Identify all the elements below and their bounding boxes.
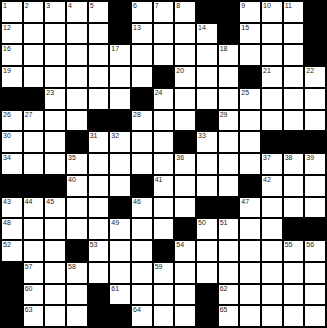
cell-r8c4[interactable]: 35 [67, 154, 87, 174]
cell-r6c9[interactable] [175, 111, 195, 131]
cell-r10c15[interactable] [305, 198, 325, 218]
cell-r9c8[interactable]: 41 [154, 176, 174, 196]
cell-r3c7[interactable] [132, 45, 152, 65]
cell-r14c2[interactable]: 60 [24, 285, 44, 305]
cell-r6c11[interactable]: 29 [219, 111, 239, 131]
cell-r1c2[interactable]: 2 [24, 2, 44, 22]
cell-r15c14[interactable] [284, 306, 304, 326]
cell-r8c13[interactable]: 37 [262, 154, 282, 174]
cell-r15c12[interactable] [240, 306, 260, 326]
cell-r15c9[interactable] [175, 306, 195, 326]
cell-r8c6[interactable] [110, 154, 130, 174]
cell-r12c7[interactable] [132, 241, 152, 261]
cell-r12c1[interactable]: 52 [2, 241, 22, 261]
black-square-r15c10 [197, 306, 217, 326]
cell-r3c2[interactable] [24, 45, 44, 65]
black-square-r2c15 [305, 24, 325, 44]
cell-r6c7[interactable]: 28 [132, 111, 152, 131]
clue-number-34: 34 [3, 154, 11, 162]
cell-r11c8[interactable] [154, 219, 174, 239]
cell-r3c8[interactable] [154, 45, 174, 65]
cell-r11c1[interactable]: 48 [2, 219, 22, 239]
cell-r15c2[interactable]: 63 [24, 306, 44, 326]
cell-r8c9[interactable]: 36 [175, 154, 195, 174]
cell-r13c11[interactable] [219, 263, 239, 283]
cell-r8c8[interactable] [154, 154, 174, 174]
cell-r6c14[interactable] [284, 111, 304, 131]
cell-r5c9[interactable] [175, 89, 195, 109]
black-square-r5c2 [24, 89, 44, 109]
cell-r4c11[interactable] [219, 67, 239, 87]
clue-number-5: 5 [90, 2, 94, 10]
cell-r10c8[interactable] [154, 198, 174, 218]
clue-number-10: 10 [263, 2, 271, 10]
cell-r2c12[interactable]: 15 [240, 24, 260, 44]
clue-number-35: 35 [68, 154, 76, 162]
cell-r11c12[interactable] [240, 219, 260, 239]
black-square-r14c5 [89, 285, 109, 305]
cell-r3c4[interactable] [67, 45, 87, 65]
cell-r2c8[interactable] [154, 24, 174, 44]
cell-r12c10[interactable] [197, 241, 217, 261]
cell-r8c7[interactable] [132, 154, 152, 174]
clue-number-7: 7 [155, 2, 159, 10]
cell-r3c14[interactable] [284, 45, 304, 65]
clue-number-11: 11 [285, 2, 292, 10]
clue-number-46: 46 [133, 198, 141, 206]
black-square-r1c11 [219, 2, 239, 22]
clue-number-38: 38 [285, 154, 293, 162]
cell-r9c14[interactable] [284, 176, 304, 196]
cell-r11c4[interactable] [67, 219, 87, 239]
cell-r8c15[interactable]: 39 [305, 154, 325, 174]
clue-number-15: 15 [241, 24, 249, 32]
cell-r9c9[interactable] [175, 176, 195, 196]
cell-r2c14[interactable] [284, 24, 304, 44]
cell-r6c15[interactable] [305, 111, 325, 131]
clue-number-49: 49 [111, 219, 119, 227]
cell-r5c8[interactable]: 24 [154, 89, 174, 109]
black-square-r6c6 [110, 111, 130, 131]
black-square-r7c9 [175, 132, 195, 152]
cell-r6c13[interactable] [262, 111, 282, 131]
cell-r1c4[interactable]: 4 [67, 2, 87, 22]
clue-number-42: 42 [263, 176, 271, 184]
cell-r13c10[interactable] [197, 263, 217, 283]
cell-r13c4[interactable]: 58 [67, 263, 87, 283]
cell-r7c5[interactable]: 31 [89, 132, 109, 152]
cell-r8c12[interactable] [240, 154, 260, 174]
cell-r2c9[interactable] [175, 24, 195, 44]
black-square-r10c10 [197, 198, 217, 218]
clue-number-51: 51 [220, 219, 228, 227]
cell-r10c4[interactable] [67, 198, 87, 218]
cell-r12c5[interactable]: 53 [89, 241, 109, 261]
cell-r2c5[interactable] [89, 24, 109, 44]
clue-number-18: 18 [220, 45, 228, 53]
clue-number-62: 62 [220, 285, 228, 293]
cell-r9c4[interactable]: 40 [67, 176, 87, 196]
cell-r9c10[interactable] [197, 176, 217, 196]
clue-number-60: 60 [25, 285, 33, 293]
cell-r14c9[interactable] [175, 285, 195, 305]
cell-r4c5[interactable] [89, 67, 109, 87]
clue-number-21: 21 [263, 67, 271, 75]
black-square-r9c1 [2, 176, 22, 196]
clue-number-44: 44 [25, 198, 33, 206]
clue-number-54: 54 [176, 241, 184, 249]
cell-r8c5[interactable] [89, 154, 109, 174]
cell-r12c15[interactable]: 56 [305, 241, 325, 261]
clue-number-65: 65 [220, 306, 228, 314]
cell-r13c13[interactable] [262, 263, 282, 283]
cell-r2c7[interactable]: 13 [132, 24, 152, 44]
clue-number-6: 6 [133, 2, 137, 10]
cell-r4c14[interactable] [284, 67, 304, 87]
cell-r6c1[interactable]: 26 [2, 111, 22, 131]
clue-number-48: 48 [3, 219, 11, 227]
cell-r12c2[interactable] [24, 241, 44, 261]
cell-r10c3[interactable]: 45 [45, 198, 65, 218]
black-square-r6c5 [89, 111, 109, 131]
black-square-r15c5 [89, 306, 109, 326]
black-square-r13c1 [2, 263, 22, 283]
clue-number-30: 30 [3, 132, 11, 140]
cell-r1c3[interactable]: 3 [45, 2, 65, 22]
clue-number-28: 28 [133, 111, 141, 119]
clue-number-14: 14 [198, 24, 206, 32]
cell-r14c12[interactable] [240, 285, 260, 305]
cell-r15c8[interactable] [154, 306, 174, 326]
cell-r11c7[interactable] [132, 219, 152, 239]
cell-r3c5[interactable] [89, 45, 109, 65]
clue-number-9: 9 [241, 2, 245, 10]
black-square-r9c2 [24, 176, 44, 196]
cell-r4c7[interactable] [132, 67, 152, 87]
cell-r6c2[interactable]: 27 [24, 111, 44, 131]
clue-number-56: 56 [306, 241, 314, 249]
clue-number-4: 4 [68, 2, 72, 10]
cell-r11c13[interactable] [262, 219, 282, 239]
clue-number-29: 29 [220, 111, 228, 119]
clue-number-3: 3 [46, 2, 50, 10]
cell-r7c11[interactable] [219, 132, 239, 152]
cell-r8c14[interactable]: 38 [284, 154, 304, 174]
clue-number-47: 47 [241, 198, 249, 206]
cell-r1c5[interactable]: 5 [89, 2, 109, 22]
cell-r3c1[interactable]: 16 [2, 45, 22, 65]
cell-r10c9[interactable] [175, 198, 195, 218]
cell-r9c6[interactable] [110, 176, 130, 196]
clue-number-63: 63 [25, 306, 33, 314]
cell-r6c4[interactable] [67, 111, 87, 131]
cell-r3c6[interactable]: 17 [110, 45, 130, 65]
cell-r5c5[interactable] [89, 89, 109, 109]
cell-r6c12[interactable] [240, 111, 260, 131]
cell-r8c3[interactable] [45, 154, 65, 174]
black-square-r10c11 [219, 198, 239, 218]
cell-r4c6[interactable] [110, 67, 130, 87]
clue-number-36: 36 [176, 154, 184, 162]
black-square-r11c9 [175, 219, 195, 239]
cell-r13c2[interactable]: 57 [24, 263, 44, 283]
cell-r12c6[interactable] [110, 241, 130, 261]
cell-r14c8[interactable] [154, 285, 174, 305]
cell-r10c7[interactable]: 46 [132, 198, 152, 218]
cell-r14c3[interactable] [45, 285, 65, 305]
black-square-r14c10 [197, 285, 217, 305]
cell-r14c6[interactable]: 61 [110, 285, 130, 305]
clue-number-61: 61 [111, 285, 119, 293]
cell-r7c10[interactable]: 33 [197, 132, 217, 152]
cell-r1c1[interactable]: 1 [2, 2, 22, 22]
cell-r3c9[interactable] [175, 45, 195, 65]
cell-r8c11[interactable] [219, 154, 239, 174]
cell-r4c2[interactable] [24, 67, 44, 87]
cell-r8c10[interactable] [197, 154, 217, 174]
black-square-r15c6 [110, 306, 130, 326]
cell-r15c7[interactable]: 64 [132, 306, 152, 326]
black-square-r7c14 [284, 132, 304, 152]
black-square-r11c14 [284, 219, 304, 239]
cell-r9c15[interactable] [305, 176, 325, 196]
cell-r9c11[interactable] [219, 176, 239, 196]
black-square-r3c15 [305, 45, 325, 65]
cell-r4c9[interactable]: 20 [175, 67, 195, 87]
cell-r7c1[interactable]: 30 [2, 132, 22, 152]
black-square-r5c1 [2, 89, 22, 109]
clue-number-32: 32 [111, 132, 119, 140]
black-square-r6c10 [197, 111, 217, 131]
cell-r13c12[interactable] [240, 263, 260, 283]
cell-r14c14[interactable] [284, 285, 304, 305]
cell-r12c13[interactable] [262, 241, 282, 261]
cell-r7c3[interactable] [45, 132, 65, 152]
clue-number-26: 26 [3, 111, 11, 119]
cell-r10c2[interactable]: 44 [24, 198, 44, 218]
cell-r7c7[interactable] [132, 132, 152, 152]
cell-r14c11[interactable]: 62 [219, 285, 239, 305]
clue-number-53: 53 [90, 241, 98, 249]
cell-r10c12[interactable]: 47 [240, 198, 260, 218]
clue-number-40: 40 [68, 176, 76, 184]
clue-number-25: 25 [241, 89, 249, 97]
clue-number-39: 39 [306, 154, 314, 162]
cell-r1c9[interactable]: 8 [175, 2, 195, 22]
cell-r2c3[interactable] [45, 24, 65, 44]
cell-r13c5[interactable] [89, 263, 109, 283]
cell-r13c14[interactable] [284, 263, 304, 283]
cell-r13c7[interactable] [132, 263, 152, 283]
clue-number-41: 41 [155, 176, 163, 184]
cell-r4c3[interactable] [45, 67, 65, 87]
cell-r1c7[interactable]: 6 [132, 2, 152, 22]
cell-r12c9[interactable]: 54 [175, 241, 195, 261]
clue-number-20: 20 [176, 67, 184, 75]
black-square-r2c6 [110, 24, 130, 44]
clue-number-59: 59 [155, 263, 163, 271]
black-square-r7c15 [305, 132, 325, 152]
cell-r11c5[interactable] [89, 219, 109, 239]
cell-r9c5[interactable] [89, 176, 109, 196]
cell-r11c6[interactable]: 49 [110, 219, 130, 239]
black-square-r2c11 [219, 24, 239, 44]
cell-r4c1[interactable]: 19 [2, 67, 22, 87]
cell-r5c4[interactable] [67, 89, 87, 109]
black-square-r5c7 [132, 89, 152, 109]
cell-r7c6[interactable]: 32 [110, 132, 130, 152]
cell-r2c13[interactable] [262, 24, 282, 44]
cell-r15c3[interactable] [45, 306, 65, 326]
cell-r10c13[interactable] [262, 198, 282, 218]
cell-r5c12[interactable]: 25 [240, 89, 260, 109]
cell-r10c1[interactable]: 43 [2, 198, 22, 218]
cell-r5c13[interactable] [262, 89, 282, 109]
cell-r9c13[interactable]: 42 [262, 176, 282, 196]
clue-number-19: 19 [3, 67, 11, 75]
clue-number-33: 33 [198, 132, 206, 140]
clue-number-22: 22 [306, 67, 314, 75]
cell-r13c6[interactable] [110, 263, 130, 283]
clue-number-52: 52 [3, 241, 11, 249]
cell-r14c4[interactable] [67, 285, 87, 305]
cell-r14c15[interactable] [305, 285, 325, 305]
cell-r11c11[interactable]: 51 [219, 219, 239, 239]
cell-r15c13[interactable] [262, 306, 282, 326]
black-square-r9c12 [240, 176, 260, 196]
clue-number-1: 1 [3, 2, 7, 10]
clue-number-16: 16 [3, 45, 11, 53]
cell-r3c13[interactable] [262, 45, 282, 65]
cell-r5c3[interactable]: 23 [45, 89, 65, 109]
clue-number-43: 43 [3, 198, 11, 206]
black-square-r9c7 [132, 176, 152, 196]
cell-r13c3[interactable] [45, 263, 65, 283]
cell-r1c14[interactable]: 11 [284, 2, 304, 22]
cell-r7c2[interactable] [24, 132, 44, 152]
cell-r5c10[interactable] [197, 89, 217, 109]
black-square-r1c10 [197, 2, 217, 22]
clue-number-8: 8 [176, 2, 180, 10]
clue-number-50: 50 [198, 219, 206, 227]
cell-r13c9[interactable] [175, 263, 195, 283]
cell-r15c11[interactable]: 65 [219, 306, 239, 326]
black-square-r12c4 [67, 241, 87, 261]
clue-number-31: 31 [90, 132, 98, 140]
cell-r1c12[interactable]: 9 [240, 2, 260, 22]
black-square-r4c12 [240, 67, 260, 87]
cell-r1c13[interactable]: 10 [262, 2, 282, 22]
clue-number-23: 23 [46, 89, 54, 97]
black-square-r11c15 [305, 219, 325, 239]
black-square-r7c13 [262, 132, 282, 152]
cell-r10c5[interactable] [89, 198, 109, 218]
cell-r5c6[interactable] [110, 89, 130, 109]
black-square-r1c15 [305, 2, 325, 22]
crossword-grid: 1234567891011121314151617181920212223242… [0, 0, 327, 328]
clue-number-64: 64 [133, 306, 141, 314]
cell-r10c14[interactable] [284, 198, 304, 218]
cell-r2c4[interactable] [67, 24, 87, 44]
clue-number-55: 55 [285, 241, 293, 249]
clue-number-27: 27 [25, 111, 33, 119]
cell-r12c11[interactable] [219, 241, 239, 261]
clue-number-12: 12 [3, 24, 11, 32]
cell-r14c13[interactable] [262, 285, 282, 305]
cell-r14c7[interactable] [132, 285, 152, 305]
black-square-r9c3 [45, 176, 65, 196]
cell-r12c3[interactable] [45, 241, 65, 261]
cell-r1c8[interactable]: 7 [154, 2, 174, 22]
cell-r8c2[interactable] [24, 154, 44, 174]
cell-r6c8[interactable] [154, 111, 174, 131]
clue-number-58: 58 [68, 263, 76, 271]
cell-r11c2[interactable] [24, 219, 44, 239]
cell-r2c1[interactable]: 12 [2, 24, 22, 44]
cell-r5c14[interactable] [284, 89, 304, 109]
clue-number-13: 13 [133, 24, 141, 32]
cell-r12c14[interactable]: 55 [284, 241, 304, 261]
cell-r3c11[interactable]: 18 [219, 45, 239, 65]
cell-r4c4[interactable] [67, 67, 87, 87]
black-square-r10c6 [110, 198, 130, 218]
cell-r11c3[interactable] [45, 219, 65, 239]
cell-r15c15[interactable] [305, 306, 325, 326]
cell-r4c15[interactable]: 22 [305, 67, 325, 87]
cell-r3c3[interactable] [45, 45, 65, 65]
cell-r11c10[interactable]: 50 [197, 219, 217, 239]
black-square-r1c6 [110, 2, 130, 22]
black-square-r7c4 [67, 132, 87, 152]
cell-r13c8[interactable]: 59 [154, 263, 174, 283]
black-square-r12c8 [154, 241, 174, 261]
clue-number-37: 37 [263, 154, 271, 162]
clue-number-2: 2 [25, 2, 29, 10]
cell-r2c2[interactable] [24, 24, 44, 44]
cell-r3c10[interactable] [197, 45, 217, 65]
cell-r15c4[interactable] [67, 306, 87, 326]
cell-r4c10[interactable] [197, 67, 217, 87]
cell-r6c3[interactable] [45, 111, 65, 131]
clue-number-24: 24 [155, 89, 163, 97]
black-square-r4c8 [154, 67, 174, 87]
cell-r12c12[interactable] [240, 241, 260, 261]
cell-r13c15[interactable] [305, 263, 325, 283]
clue-number-45: 45 [46, 198, 54, 206]
clue-number-17: 17 [111, 45, 119, 53]
cell-r2c10[interactable]: 14 [197, 24, 217, 44]
black-square-r15c1 [2, 306, 22, 326]
cell-r7c8[interactable] [154, 132, 174, 152]
cell-r5c15[interactable] [305, 89, 325, 109]
cell-r3c12[interactable] [240, 45, 260, 65]
cell-r5c11[interactable] [219, 89, 239, 109]
cell-r8c1[interactable]: 34 [2, 154, 22, 174]
black-square-r14c1 [2, 285, 22, 305]
clue-number-57: 57 [25, 263, 33, 271]
cell-r7c12[interactable] [240, 132, 260, 152]
cell-r4c13[interactable]: 21 [262, 67, 282, 87]
